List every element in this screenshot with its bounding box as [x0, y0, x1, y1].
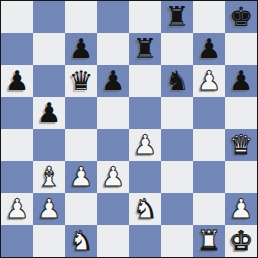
square-c4[interactable] — [65, 129, 97, 161]
square-d4[interactable] — [97, 129, 129, 161]
square-g1[interactable]: ♜ — [193, 225, 225, 257]
black-rook-f8[interactable]: ♜ — [161, 1, 193, 33]
square-g8[interactable] — [193, 1, 225, 33]
square-c6[interactable]: ♛ — [65, 65, 97, 97]
square-f4[interactable] — [161, 129, 193, 161]
black-pawn-h6[interactable]: ♟ — [225, 65, 257, 97]
square-d3[interactable]: ♟ — [97, 161, 129, 193]
square-f3[interactable] — [161, 161, 193, 193]
white-pawn-g6[interactable]: ♟ — [193, 65, 225, 97]
square-a7[interactable] — [1, 33, 33, 65]
black-pawn-d6[interactable]: ♟ — [97, 65, 129, 97]
black-knight-f6[interactable]: ♞ — [161, 65, 193, 97]
square-d7[interactable] — [97, 33, 129, 65]
white-pawn-e4[interactable]: ♟ — [129, 129, 161, 161]
square-a8[interactable] — [1, 1, 33, 33]
square-h4[interactable]: ♛ — [225, 129, 257, 161]
square-f7[interactable] — [161, 33, 193, 65]
square-f5[interactable] — [161, 97, 193, 129]
square-h2[interactable]: ♟ — [225, 193, 257, 225]
square-h1[interactable]: ♚ — [225, 225, 257, 257]
square-e2[interactable]: ♞ — [129, 193, 161, 225]
white-bishop-b3[interactable]: ♝ — [33, 161, 65, 193]
square-c7[interactable]: ♟ — [65, 33, 97, 65]
square-f1[interactable] — [161, 225, 193, 257]
black-rook-e7[interactable]: ♜ — [129, 33, 161, 65]
square-b4[interactable] — [33, 129, 65, 161]
square-g6[interactable]: ♟ — [193, 65, 225, 97]
square-a4[interactable] — [1, 129, 33, 161]
square-b6[interactable] — [33, 65, 65, 97]
square-b5[interactable]: ♟ — [33, 97, 65, 129]
white-pawn-c3[interactable]: ♟ — [65, 161, 97, 193]
square-c5[interactable] — [65, 97, 97, 129]
square-f8[interactable]: ♜ — [161, 1, 193, 33]
white-knight-c1[interactable]: ♞ — [65, 225, 97, 257]
square-a5[interactable] — [1, 97, 33, 129]
square-f6[interactable]: ♞ — [161, 65, 193, 97]
square-h3[interactable] — [225, 161, 257, 193]
square-g3[interactable] — [193, 161, 225, 193]
square-d5[interactable] — [97, 97, 129, 129]
square-h8[interactable]: ♚ — [225, 1, 257, 33]
square-h6[interactable]: ♟ — [225, 65, 257, 97]
square-a6[interactable]: ♟ — [1, 65, 33, 97]
black-pawn-c7[interactable]: ♟ — [65, 33, 97, 65]
chess-board: ♜♚♟♜♟♟♛♟♞♟♟♟♟♛♝♟♟♟♟♞♟♞♜♚ — [1, 1, 257, 257]
white-queen-h4[interactable]: ♛ — [225, 129, 257, 161]
square-b8[interactable] — [33, 1, 65, 33]
square-e5[interactable] — [129, 97, 161, 129]
square-c3[interactable]: ♟ — [65, 161, 97, 193]
square-e1[interactable] — [129, 225, 161, 257]
white-pawn-d3[interactable]: ♟ — [97, 161, 129, 193]
square-a1[interactable] — [1, 225, 33, 257]
square-g7[interactable]: ♟ — [193, 33, 225, 65]
square-e8[interactable] — [129, 1, 161, 33]
square-d6[interactable]: ♟ — [97, 65, 129, 97]
square-f2[interactable] — [161, 193, 193, 225]
square-c2[interactable] — [65, 193, 97, 225]
square-a2[interactable]: ♟ — [1, 193, 33, 225]
black-king-h8[interactable]: ♚ — [225, 1, 257, 33]
chess-board-frame: ♜♚♟♜♟♟♛♟♞♟♟♟♟♛♝♟♟♟♟♞♟♞♜♚ — [0, 0, 258, 258]
square-b2[interactable]: ♟ — [33, 193, 65, 225]
square-b7[interactable] — [33, 33, 65, 65]
square-h5[interactable] — [225, 97, 257, 129]
square-h7[interactable] — [225, 33, 257, 65]
square-d2[interactable] — [97, 193, 129, 225]
black-queen-c6[interactable]: ♛ — [65, 65, 97, 97]
square-e3[interactable] — [129, 161, 161, 193]
white-knight-e2[interactable]: ♞ — [129, 193, 161, 225]
square-d8[interactable] — [97, 1, 129, 33]
square-c1[interactable]: ♞ — [65, 225, 97, 257]
square-d1[interactable] — [97, 225, 129, 257]
square-e4[interactable]: ♟ — [129, 129, 161, 161]
square-b1[interactable] — [33, 225, 65, 257]
square-g4[interactable] — [193, 129, 225, 161]
white-rook-g1[interactable]: ♜ — [193, 225, 225, 257]
square-e7[interactable]: ♜ — [129, 33, 161, 65]
white-pawn-h2[interactable]: ♟ — [225, 193, 257, 225]
black-pawn-a6[interactable]: ♟ — [1, 65, 33, 97]
square-b3[interactable]: ♝ — [33, 161, 65, 193]
white-king-h1[interactable]: ♚ — [225, 225, 257, 257]
square-g2[interactable] — [193, 193, 225, 225]
square-e6[interactable] — [129, 65, 161, 97]
square-g5[interactable] — [193, 97, 225, 129]
square-a3[interactable] — [1, 161, 33, 193]
square-c8[interactable] — [65, 1, 97, 33]
white-pawn-a2[interactable]: ♟ — [1, 193, 33, 225]
black-pawn-g7[interactable]: ♟ — [193, 33, 225, 65]
black-pawn-b5[interactable]: ♟ — [33, 97, 65, 129]
white-pawn-b2[interactable]: ♟ — [33, 193, 65, 225]
